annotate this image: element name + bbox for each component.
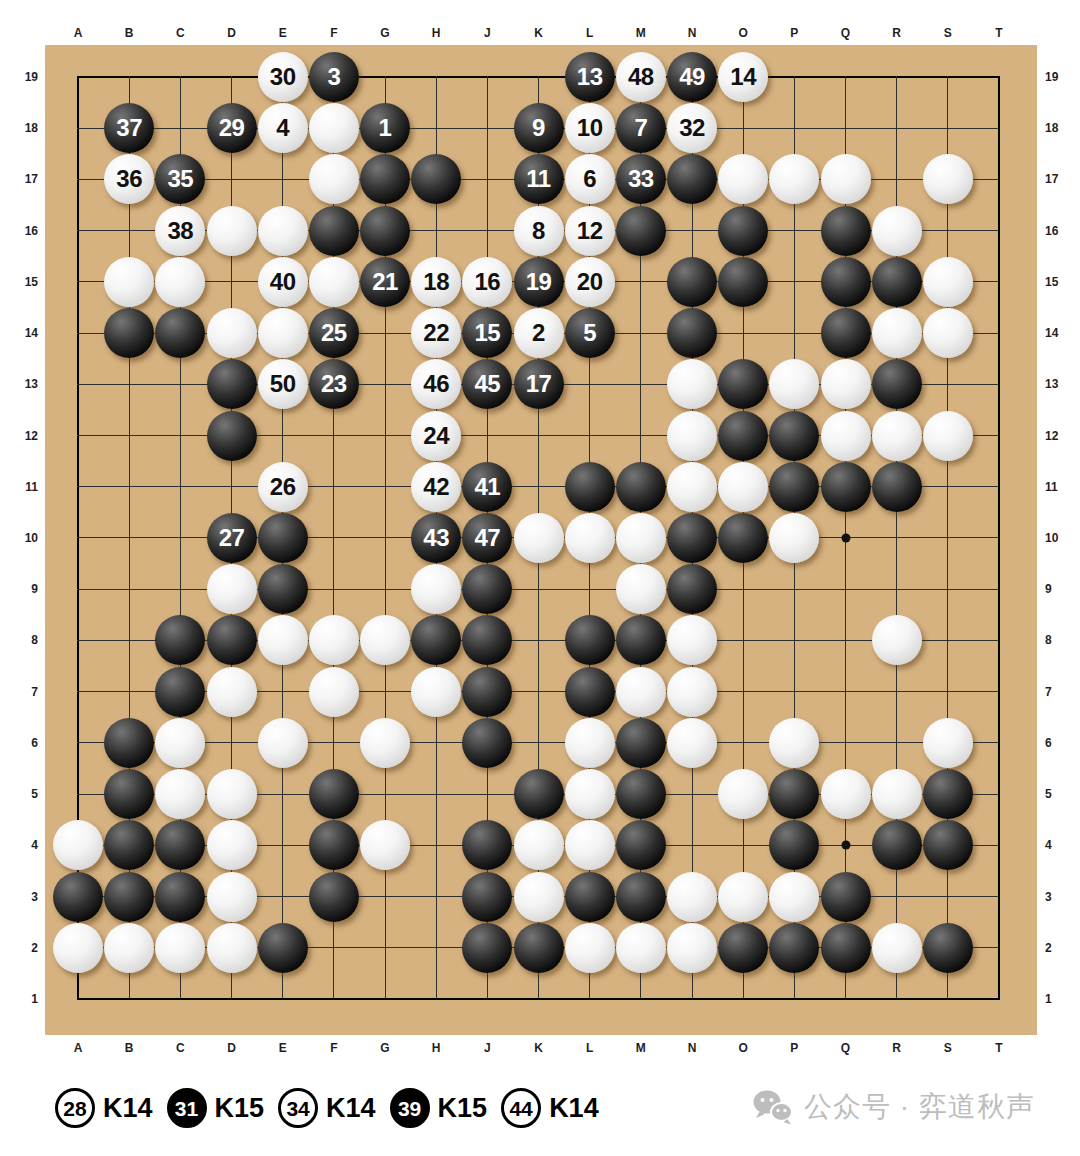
- stone-G8: [360, 615, 410, 665]
- coord-top-label: N: [688, 25, 697, 41]
- move-number: 7: [634, 116, 647, 140]
- move-number: 14: [730, 65, 756, 89]
- stone-N17: [667, 154, 717, 204]
- move-number: 29: [219, 116, 245, 140]
- stone-H7: [411, 667, 461, 717]
- move-number: 11: [526, 167, 550, 191]
- move-number: 13: [577, 65, 603, 89]
- stone-R13: [872, 359, 922, 409]
- stone-K15: 19: [514, 257, 564, 307]
- stone-D14: [207, 308, 257, 358]
- stone-N14: [667, 308, 717, 358]
- stone-C14: [155, 308, 205, 358]
- move-number: 43: [423, 526, 449, 550]
- stone-J11: 41: [462, 462, 512, 512]
- stone-M19: 48: [616, 52, 666, 102]
- move-number: 1: [379, 116, 392, 140]
- stone-P3: [769, 872, 819, 922]
- coord-right-label: 19: [1045, 69, 1079, 85]
- stone-N19: 49: [667, 52, 717, 102]
- coord-right-label: 9: [1045, 581, 1079, 597]
- move-number: 35: [167, 167, 193, 191]
- move-number: 18: [423, 270, 449, 294]
- coord-left-label: 13: [4, 376, 38, 392]
- stone-D10: 27: [207, 513, 257, 563]
- move-number: 47: [474, 526, 500, 550]
- stone-D13: [207, 359, 257, 409]
- move-number: 23: [321, 372, 347, 396]
- ko-caption: 28K1431K1534K1439K1544K14: [55, 1084, 599, 1132]
- stone-Q17: [821, 154, 871, 204]
- stone-R16: [872, 206, 922, 256]
- stone-Q15: [821, 257, 871, 307]
- stone-O10: [718, 513, 768, 563]
- move-number: 37: [116, 116, 142, 140]
- move-number: 12: [577, 219, 603, 243]
- coord-left-label: 9: [4, 581, 38, 597]
- stone-F18: [309, 103, 359, 153]
- stone-G18: 1: [360, 103, 410, 153]
- move-number: 48: [628, 65, 654, 89]
- stone-M5: [616, 769, 666, 819]
- coord-bottom-label: E: [279, 1040, 287, 1056]
- stone-P6: [769, 718, 819, 768]
- move-number: 19: [526, 270, 552, 294]
- stone-C16: 38: [155, 206, 205, 256]
- coord-bottom-label: P: [790, 1040, 798, 1056]
- coord-bottom-label: C: [176, 1040, 185, 1056]
- stone-M10: [616, 513, 666, 563]
- stone-K10: [514, 513, 564, 563]
- stone-O12: [718, 411, 768, 461]
- move-circle: 39: [390, 1088, 430, 1128]
- move-number: 40: [270, 270, 296, 294]
- stone-E9: [258, 564, 308, 614]
- stone-D8: [207, 615, 257, 665]
- coord-left-label: 19: [4, 69, 38, 85]
- watermark: 公众号 · 弈道秋声: [752, 1084, 1035, 1130]
- coord-bottom-label: S: [944, 1040, 952, 1056]
- stone-J6: [462, 718, 512, 768]
- move-point-label: K15: [215, 1093, 265, 1124]
- stone-C6: [155, 718, 205, 768]
- stone-M7: [616, 667, 666, 717]
- stone-R2: [872, 923, 922, 973]
- move-number: 17: [526, 372, 552, 396]
- coord-bottom-label: G: [380, 1040, 389, 1056]
- ko-move-entry: 28K14: [55, 1088, 153, 1128]
- wechat-icon: [752, 1089, 794, 1125]
- coord-top-label: O: [738, 25, 747, 41]
- stone-S4: [923, 820, 973, 870]
- coord-right-label: 6: [1045, 735, 1079, 751]
- move-number: 10: [577, 116, 603, 140]
- coord-top-label: Q: [841, 25, 850, 41]
- stone-Q11: [821, 462, 871, 512]
- stone-E8: [258, 615, 308, 665]
- stone-J14: 15: [462, 308, 512, 358]
- move-number: 50: [270, 372, 296, 396]
- stone-E13: 50: [258, 359, 308, 409]
- coord-left-label: 12: [4, 428, 38, 444]
- move-number: 22: [423, 321, 449, 345]
- stone-N10: [667, 513, 717, 563]
- stone-L7: [565, 667, 615, 717]
- move-circle: 31: [167, 1088, 207, 1128]
- coord-bottom-label: Q: [841, 1040, 850, 1056]
- stone-B17: 36: [104, 154, 154, 204]
- stone-E15: 40: [258, 257, 308, 307]
- stone-N18: 32: [667, 103, 717, 153]
- stone-L18: 10: [565, 103, 615, 153]
- stone-F3: [309, 872, 359, 922]
- stone-J2: [462, 923, 512, 973]
- stone-P10: [769, 513, 819, 563]
- stone-J9: [462, 564, 512, 614]
- move-number: 9: [532, 116, 545, 140]
- stone-Q14: [821, 308, 871, 358]
- stone-M6: [616, 718, 666, 768]
- stone-L3: [565, 872, 615, 922]
- stone-F14: 25: [309, 308, 359, 358]
- coord-left-label: 5: [4, 786, 38, 802]
- stone-N2: [667, 923, 717, 973]
- stone-N13: [667, 359, 717, 409]
- stone-O2: [718, 923, 768, 973]
- ko-move-entry: 31K15: [167, 1088, 265, 1128]
- stone-E2: [258, 923, 308, 973]
- coord-top-label: M: [636, 25, 646, 41]
- coord-top-label: T: [995, 25, 1002, 41]
- stone-B14: [104, 308, 154, 358]
- coord-bottom-label: J: [484, 1040, 491, 1056]
- stone-S6: [923, 718, 973, 768]
- coord-right-label: 1: [1045, 991, 1079, 1007]
- stone-F17: [309, 154, 359, 204]
- coord-left-label: 1: [4, 991, 38, 1007]
- coord-top-label: G: [380, 25, 389, 41]
- coord-bottom-label: F: [330, 1040, 337, 1056]
- stone-O19: 14: [718, 52, 768, 102]
- coord-left-label: 11: [4, 479, 38, 495]
- stone-O16: [718, 206, 768, 256]
- stone-K3: [514, 872, 564, 922]
- stone-H15: 18: [411, 257, 461, 307]
- stone-J4: [462, 820, 512, 870]
- coord-right-label: 14: [1045, 325, 1079, 341]
- coord-left-label: 3: [4, 889, 38, 905]
- stone-N7: [667, 667, 717, 717]
- coord-right-label: 2: [1045, 940, 1079, 956]
- stone-D7: [207, 667, 257, 717]
- stone-A3: [53, 872, 103, 922]
- move-number: 16: [474, 270, 500, 294]
- stone-D2: [207, 923, 257, 973]
- move-number: 32: [679, 116, 705, 140]
- coord-top-label: J: [484, 25, 491, 41]
- stone-M16: [616, 206, 666, 256]
- stone-D18: 29: [207, 103, 257, 153]
- stone-A4: [53, 820, 103, 870]
- stone-N12: [667, 411, 717, 461]
- stone-P2: [769, 923, 819, 973]
- stone-S14: [923, 308, 973, 358]
- stone-E10: [258, 513, 308, 563]
- coord-left-label: 8: [4, 632, 38, 648]
- stone-L8: [565, 615, 615, 665]
- coord-right-label: 12: [1045, 428, 1079, 444]
- stone-R12: [872, 411, 922, 461]
- stone-G17: [360, 154, 410, 204]
- coord-top-label: H: [432, 25, 441, 41]
- stone-K4: [514, 820, 564, 870]
- coord-top-label: P: [790, 25, 798, 41]
- coord-right-label: 16: [1045, 223, 1079, 239]
- stone-E14: [258, 308, 308, 358]
- stone-A2: [53, 923, 103, 973]
- stone-K18: 9: [514, 103, 564, 153]
- move-number: 6: [583, 167, 596, 191]
- stone-S2: [923, 923, 973, 973]
- stone-Q5: [821, 769, 871, 819]
- stone-M4: [616, 820, 666, 870]
- coord-bottom-label: R: [892, 1040, 901, 1056]
- coord-right-label: 15: [1045, 274, 1079, 290]
- ko-move-entry: 44K14: [501, 1088, 599, 1128]
- stone-L16: 12: [565, 206, 615, 256]
- move-number: 30: [270, 65, 296, 89]
- stone-L19: 13: [565, 52, 615, 102]
- coord-bottom-label: K: [534, 1040, 543, 1056]
- stone-Q2: [821, 923, 871, 973]
- stone-B15: [104, 257, 154, 307]
- stone-B4: [104, 820, 154, 870]
- move-number: 26: [270, 475, 296, 499]
- stone-R11: [872, 462, 922, 512]
- stone-E16: [258, 206, 308, 256]
- stone-R14: [872, 308, 922, 358]
- move-number: 45: [474, 372, 500, 396]
- stone-F15: [309, 257, 359, 307]
- coord-top-label: L: [586, 25, 593, 41]
- stone-D16: [207, 206, 257, 256]
- stone-H17: [411, 154, 461, 204]
- move-number: 25: [321, 321, 347, 345]
- stone-F19: 3: [309, 52, 359, 102]
- stone-M9: [616, 564, 666, 614]
- move-circle: 28: [55, 1088, 95, 1128]
- stone-D12: [207, 411, 257, 461]
- move-number: 49: [679, 65, 705, 89]
- stone-G15: 21: [360, 257, 410, 307]
- move-number: 21: [372, 270, 398, 294]
- stone-B6: [104, 718, 154, 768]
- move-number: 27: [219, 526, 245, 550]
- stone-L11: [565, 462, 615, 512]
- coord-left-label: 18: [4, 120, 38, 136]
- coord-bottom-label: D: [227, 1040, 236, 1056]
- stone-L14: 5: [565, 308, 615, 358]
- coord-bottom-label: H: [432, 1040, 441, 1056]
- move-number: 38: [167, 219, 193, 243]
- coord-left-label: 4: [4, 837, 38, 853]
- coord-right-label: 5: [1045, 786, 1079, 802]
- stone-H13: 46: [411, 359, 461, 409]
- coord-right-label: 10: [1045, 530, 1079, 546]
- stone-E19: 30: [258, 52, 308, 102]
- stone-C7: [155, 667, 205, 717]
- stone-R5: [872, 769, 922, 819]
- stone-H9: [411, 564, 461, 614]
- stone-G6: [360, 718, 410, 768]
- stone-O15: [718, 257, 768, 307]
- stone-E11: 26: [258, 462, 308, 512]
- stone-O13: [718, 359, 768, 409]
- stone-Q13: [821, 359, 871, 409]
- stone-L17: 6: [565, 154, 615, 204]
- stone-F16: [309, 206, 359, 256]
- move-circle: 44: [501, 1088, 541, 1128]
- stone-K14: 2: [514, 308, 564, 358]
- coord-right-label: 17: [1045, 171, 1079, 187]
- stone-D9: [207, 564, 257, 614]
- stone-O11: [718, 462, 768, 512]
- stone-C3: [155, 872, 205, 922]
- coord-left-label: 15: [4, 274, 38, 290]
- stone-G4: [360, 820, 410, 870]
- stone-M11: [616, 462, 666, 512]
- coord-right-label: 7: [1045, 684, 1079, 700]
- star-point: [841, 533, 850, 542]
- stone-L15: 20: [565, 257, 615, 307]
- coord-top-label: E: [279, 25, 287, 41]
- stone-N6: [667, 718, 717, 768]
- move-number: 5: [583, 321, 596, 345]
- coord-right-label: 8: [1045, 632, 1079, 648]
- coord-right-label: 13: [1045, 376, 1079, 392]
- stone-S12: [923, 411, 973, 461]
- stone-N15: [667, 257, 717, 307]
- stone-P11: [769, 462, 819, 512]
- move-number: 42: [423, 475, 449, 499]
- coord-left-label: 17: [4, 171, 38, 187]
- coord-bottom-label: N: [688, 1040, 697, 1056]
- coord-top-label: A: [74, 25, 83, 41]
- coord-left-label: 16: [4, 223, 38, 239]
- stone-M17: 33: [616, 154, 666, 204]
- stone-K2: [514, 923, 564, 973]
- stone-N3: [667, 872, 717, 922]
- stone-B2: [104, 923, 154, 973]
- stone-M2: [616, 923, 666, 973]
- coord-left-label: 7: [4, 684, 38, 700]
- coord-bottom-label: A: [74, 1040, 83, 1056]
- coord-right-label: 3: [1045, 889, 1079, 905]
- coord-bottom-label: O: [738, 1040, 747, 1056]
- coord-left-label: 2: [4, 940, 38, 956]
- coord-right-label: 4: [1045, 837, 1079, 853]
- stone-P17: [769, 154, 819, 204]
- move-number: 3: [327, 65, 340, 89]
- stone-L6: [565, 718, 615, 768]
- coord-top-label: D: [227, 25, 236, 41]
- stone-H12: 24: [411, 411, 461, 461]
- move-number: 2: [532, 321, 545, 345]
- ko-move-entry: 34K14: [278, 1088, 376, 1128]
- stone-N9: [667, 564, 717, 614]
- coord-top-label: F: [330, 25, 337, 41]
- coord-left-label: 14: [4, 325, 38, 341]
- coord-top-label: R: [892, 25, 901, 41]
- stone-S15: [923, 257, 973, 307]
- star-point: [841, 841, 850, 850]
- stone-H11: 42: [411, 462, 461, 512]
- stone-B18: 37: [104, 103, 154, 153]
- stone-N8: [667, 615, 717, 665]
- stone-O3: [718, 872, 768, 922]
- stone-G16: [360, 206, 410, 256]
- coord-bottom-label: M: [636, 1040, 646, 1056]
- stone-B5: [104, 769, 154, 819]
- coord-top-label: C: [176, 25, 185, 41]
- move-number: 33: [628, 167, 654, 191]
- stone-S5: [923, 769, 973, 819]
- stone-H14: 22: [411, 308, 461, 358]
- stone-R8: [872, 615, 922, 665]
- coord-top-label: K: [534, 25, 543, 41]
- coord-right-label: 11: [1045, 479, 1079, 495]
- stone-K13: 17: [514, 359, 564, 409]
- stone-E6: [258, 718, 308, 768]
- stone-L5: [565, 769, 615, 819]
- stone-H8: [411, 615, 461, 665]
- stone-C2: [155, 923, 205, 973]
- stone-S17: [923, 154, 973, 204]
- stone-J10: 47: [462, 513, 512, 563]
- stone-M3: [616, 872, 666, 922]
- move-number: 20: [577, 270, 603, 294]
- move-number: 4: [276, 116, 289, 140]
- stone-Q16: [821, 206, 871, 256]
- stone-D5: [207, 769, 257, 819]
- stone-P12: [769, 411, 819, 461]
- stone-D3: [207, 872, 257, 922]
- stone-Q12: [821, 411, 871, 461]
- coord-left-label: 6: [4, 735, 38, 751]
- stone-O17: [718, 154, 768, 204]
- go-board: 3031348491437294191073236351163338812402…: [45, 45, 1037, 1035]
- stone-R4: [872, 820, 922, 870]
- stone-J13: 45: [462, 359, 512, 409]
- stone-F7: [309, 667, 359, 717]
- stone-F13: 23: [309, 359, 359, 409]
- stone-R15: [872, 257, 922, 307]
- move-point-label: K14: [549, 1093, 599, 1124]
- stone-J15: 16: [462, 257, 512, 307]
- stone-K5: [514, 769, 564, 819]
- watermark-text: 公众号 · 弈道秋声: [804, 1088, 1035, 1126]
- move-point-label: K15: [438, 1093, 488, 1124]
- stone-B3: [104, 872, 154, 922]
- stone-C8: [155, 615, 205, 665]
- stone-J8: [462, 615, 512, 665]
- coord-bottom-label: T: [995, 1040, 1002, 1056]
- move-number: 8: [532, 219, 545, 243]
- stone-D4: [207, 820, 257, 870]
- stone-L4: [565, 820, 615, 870]
- stone-M18: 7: [616, 103, 666, 153]
- stone-P5: [769, 769, 819, 819]
